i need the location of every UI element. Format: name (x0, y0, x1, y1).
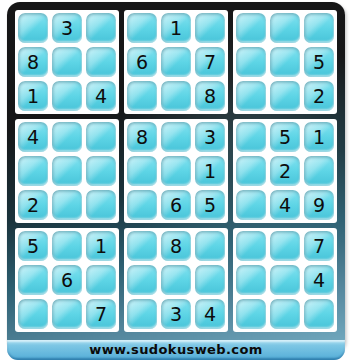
box-3-1: 5167 (15, 228, 119, 332)
cell-r3c7[interactable] (236, 81, 266, 111)
cell-r3c6[interactable]: 8 (195, 81, 225, 111)
cell-r9c4[interactable] (127, 299, 157, 329)
cell-r6c6[interactable]: 5 (195, 190, 225, 220)
cell-r6c4[interactable] (127, 190, 157, 220)
cell-r3c1[interactable]: 1 (18, 81, 48, 111)
box-3-2: 834 (124, 228, 228, 332)
cell-r1c1[interactable] (18, 13, 48, 43)
cell-r5c6[interactable]: 1 (195, 156, 225, 186)
cell-r3c9[interactable]: 2 (304, 81, 334, 111)
cell-r5c1[interactable] (18, 156, 48, 186)
cell-r8c7[interactable] (236, 265, 266, 295)
cell-r5c8[interactable]: 2 (270, 156, 300, 186)
cell-r3c3[interactable]: 4 (86, 81, 116, 111)
cell-r4c2[interactable] (52, 122, 82, 152)
cell-r9c8[interactable] (270, 299, 300, 329)
cell-r1c2[interactable]: 3 (52, 13, 82, 43)
cell-r6c2[interactable] (52, 190, 82, 220)
cell-r1c9[interactable] (304, 13, 334, 43)
cell-r1c8[interactable] (270, 13, 300, 43)
cell-r5c5[interactable] (161, 156, 191, 186)
cell-r5c7[interactable] (236, 156, 266, 186)
cell-r1c5[interactable]: 1 (161, 13, 191, 43)
cell-r6c1[interactable]: 2 (18, 190, 48, 220)
box-1-2: 1678 (124, 10, 228, 114)
cell-r8c6[interactable] (195, 265, 225, 295)
cell-r4c6[interactable]: 3 (195, 122, 225, 152)
cell-r9c7[interactable] (236, 299, 266, 329)
cell-r1c3[interactable] (86, 13, 116, 43)
cell-r3c2[interactable] (52, 81, 82, 111)
cell-r7c9[interactable]: 7 (304, 231, 334, 261)
cell-r7c8[interactable] (270, 231, 300, 261)
sudoku-board: 3814167852428316551249516783474 (7, 2, 345, 340)
box-1-3: 52 (233, 10, 337, 114)
cell-r9c6[interactable]: 4 (195, 299, 225, 329)
cell-r6c5[interactable]: 6 (161, 190, 191, 220)
cell-r2c9[interactable]: 5 (304, 47, 334, 77)
cell-r1c4[interactable] (127, 13, 157, 43)
cell-r8c1[interactable] (18, 265, 48, 295)
cell-r5c3[interactable] (86, 156, 116, 186)
box-3-3: 74 (233, 228, 337, 332)
cell-r5c2[interactable] (52, 156, 82, 186)
cell-r9c1[interactable] (18, 299, 48, 329)
cell-r8c5[interactable] (161, 265, 191, 295)
cell-r7c5[interactable]: 8 (161, 231, 191, 261)
cell-r3c4[interactable] (127, 81, 157, 111)
cell-r7c4[interactable] (127, 231, 157, 261)
site-url-text: www.sudokusweb.com (89, 340, 262, 360)
cell-r2c1[interactable]: 8 (18, 47, 48, 77)
cell-r7c6[interactable] (195, 231, 225, 261)
box-1-1: 3814 (15, 10, 119, 114)
footer-band: www.sudokusweb.com (7, 340, 345, 360)
cell-r7c3[interactable]: 1 (86, 231, 116, 261)
cell-r9c9[interactable] (304, 299, 334, 329)
cell-r8c9[interactable]: 4 (304, 265, 334, 295)
cell-r9c3[interactable]: 7 (86, 299, 116, 329)
cell-r3c8[interactable] (270, 81, 300, 111)
cell-r6c8[interactable]: 4 (270, 190, 300, 220)
cell-r2c8[interactable] (270, 47, 300, 77)
cell-r1c6[interactable] (195, 13, 225, 43)
cell-r7c7[interactable] (236, 231, 266, 261)
cell-r4c8[interactable]: 5 (270, 122, 300, 152)
cell-r6c9[interactable]: 9 (304, 190, 334, 220)
cell-r9c2[interactable] (52, 299, 82, 329)
cell-r7c1[interactable]: 5 (18, 231, 48, 261)
cell-r8c4[interactable] (127, 265, 157, 295)
cell-r1c7[interactable] (236, 13, 266, 43)
box-2-3: 51249 (233, 119, 337, 223)
cell-r4c1[interactable]: 4 (18, 122, 48, 152)
cell-r4c3[interactable] (86, 122, 116, 152)
cell-r2c2[interactable] (52, 47, 82, 77)
cell-r2c7[interactable] (236, 47, 266, 77)
cell-r6c7[interactable] (236, 190, 266, 220)
cell-r8c3[interactable] (86, 265, 116, 295)
cell-r5c9[interactable] (304, 156, 334, 186)
cell-r4c9[interactable]: 1 (304, 122, 334, 152)
cell-r7c2[interactable] (52, 231, 82, 261)
cell-r4c7[interactable] (236, 122, 266, 152)
cell-r2c3[interactable] (86, 47, 116, 77)
cell-r9c5[interactable]: 3 (161, 299, 191, 329)
cell-r5c4[interactable] (127, 156, 157, 186)
cell-r2c5[interactable] (161, 47, 191, 77)
cell-r3c5[interactable] (161, 81, 191, 111)
cell-r8c8[interactable] (270, 265, 300, 295)
box-2-2: 83165 (124, 119, 228, 223)
cell-r6c3[interactable] (86, 190, 116, 220)
sudoku-frame: 3814167852428316551249516783474 www.sudo… (7, 2, 345, 352)
cell-r4c4[interactable]: 8 (127, 122, 157, 152)
cell-r4c5[interactable] (161, 122, 191, 152)
cell-r8c2[interactable]: 6 (52, 265, 82, 295)
cell-r2c4[interactable]: 6 (127, 47, 157, 77)
box-2-1: 42 (15, 119, 119, 223)
cell-r2c6[interactable]: 7 (195, 47, 225, 77)
